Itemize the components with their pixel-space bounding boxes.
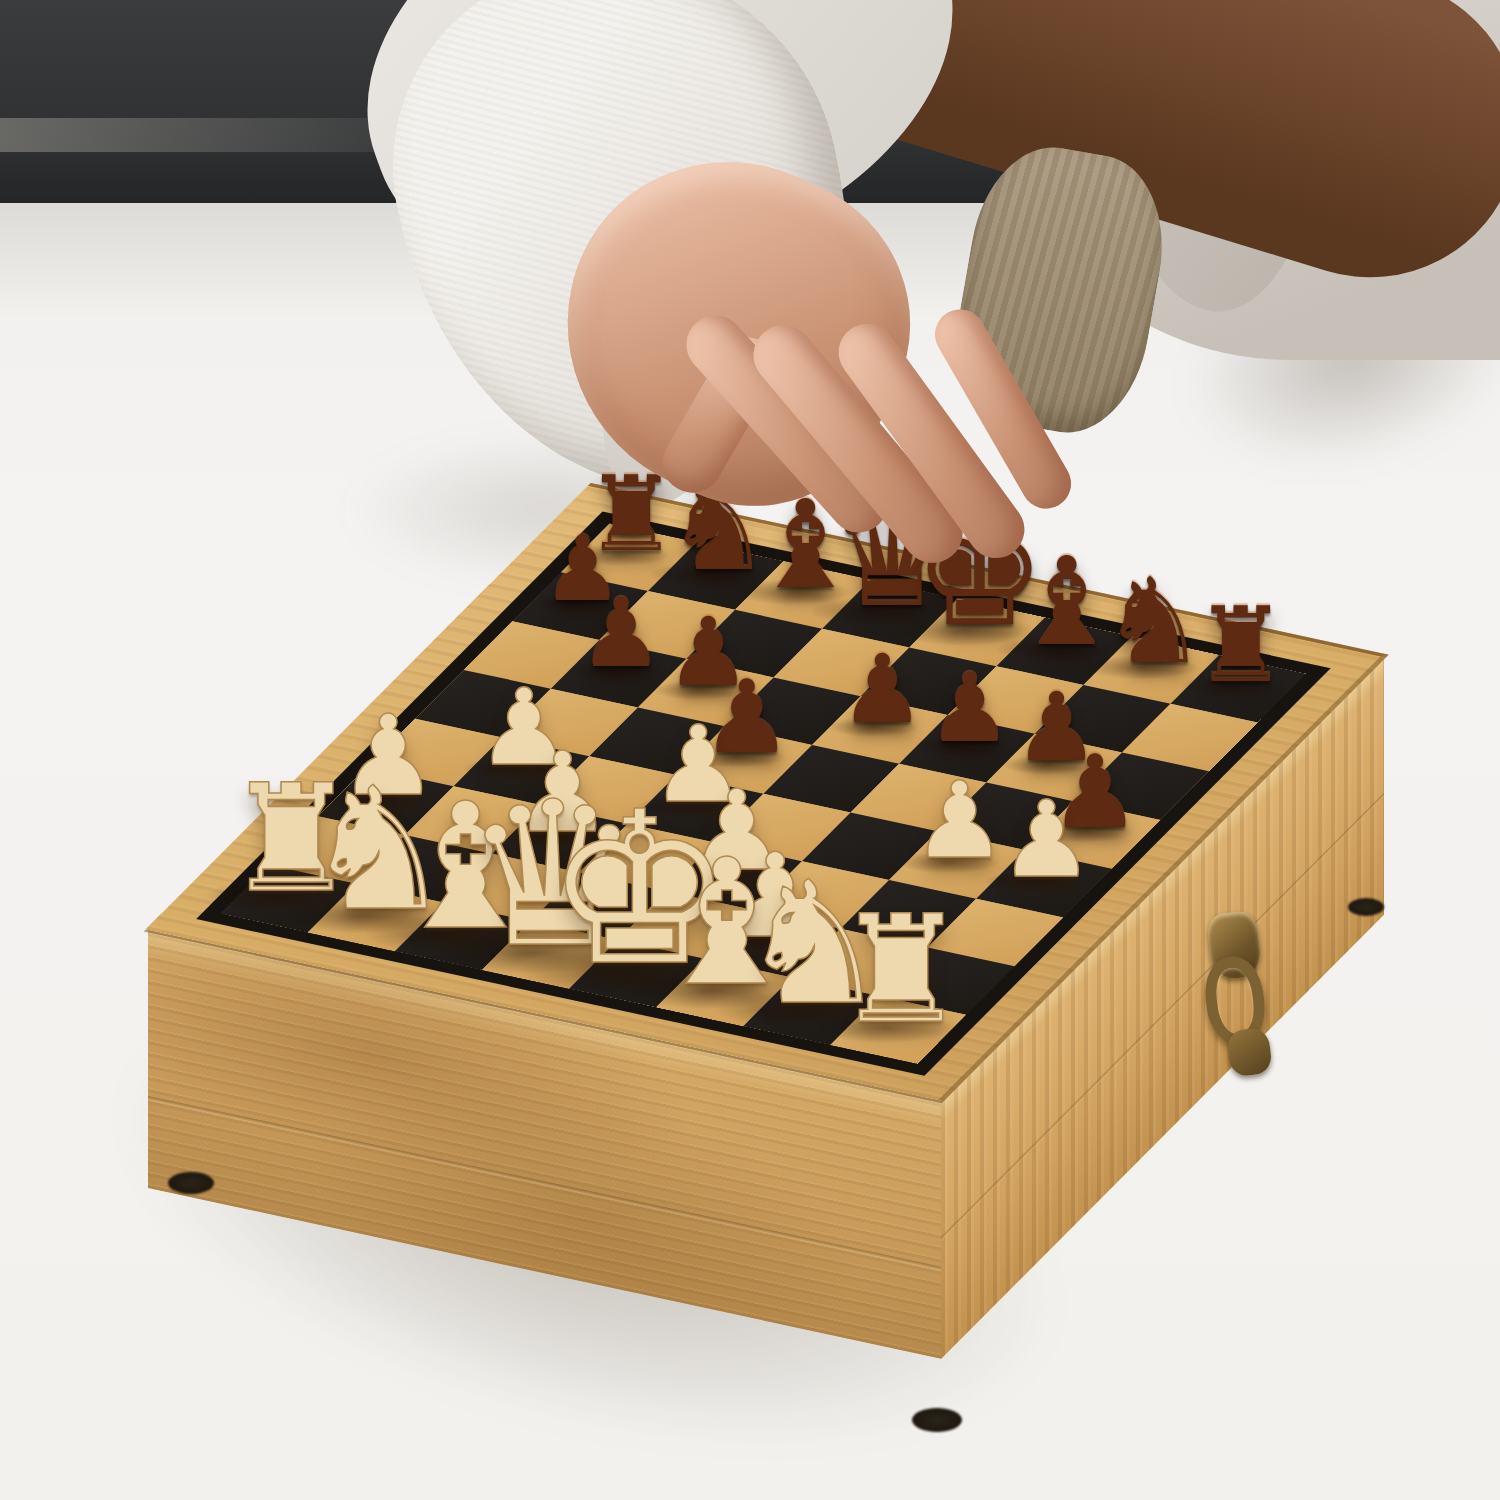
clasp-catch-icon — [1226, 1027, 1273, 1078]
box-foot-left — [168, 1172, 214, 1194]
box-foot-front — [912, 1408, 962, 1432]
scene-root: ♜♞♝♛♚♝♞♜♟♟♟♟♟♟♟♟♟♟♟♟♟♟♟♟♜♞♝♛♚♝♞♜ — [0, 0, 1500, 1500]
box-clasp[interactable] — [1184, 907, 1295, 1077]
box-foot-right — [1348, 898, 1384, 916]
